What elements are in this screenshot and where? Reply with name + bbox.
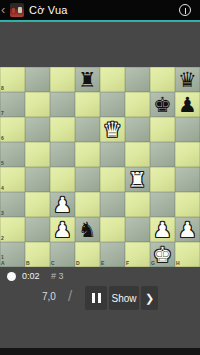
square-h1[interactable]: H (175, 242, 200, 267)
square-g4[interactable] (150, 167, 175, 192)
white-pawn[interactable]: ♟ (175, 217, 200, 243)
square-a2[interactable]: 2 (0, 217, 25, 242)
rank-label-5: 5 (1, 161, 4, 166)
app-title: Cờ Vua (29, 4, 68, 16)
square-b5[interactable] (25, 142, 50, 167)
rank-label-2: 2 (1, 236, 4, 241)
square-b1[interactable]: B (25, 242, 50, 267)
square-d6[interactable] (75, 117, 100, 142)
black-rook[interactable]: ♜ (75, 67, 100, 93)
square-f5[interactable] (125, 142, 150, 167)
square-a8[interactable]: 8 (0, 67, 25, 92)
square-f4[interactable]: ♜ (125, 167, 150, 192)
square-d7[interactable] (75, 92, 100, 117)
accent-divider (0, 20, 200, 22)
square-a6[interactable]: 6 (0, 117, 25, 142)
square-d8[interactable]: ♜ (75, 67, 100, 92)
square-d2[interactable]: ♞ (75, 217, 100, 242)
show-solution-button[interactable]: Show (109, 286, 139, 310)
square-e1[interactable]: E (100, 242, 125, 267)
square-b6[interactable] (25, 117, 50, 142)
square-c7[interactable] (50, 92, 75, 117)
info-icon-bar (185, 8, 187, 14)
black-king[interactable]: ♚ (150, 92, 175, 118)
square-e4[interactable] (100, 167, 125, 192)
square-e3[interactable] (100, 192, 125, 217)
square-f2[interactable] (125, 217, 150, 242)
square-a3[interactable]: 3 (0, 192, 25, 217)
white-pawn[interactable]: ♟ (150, 217, 175, 243)
app-icon-detail (12, 8, 15, 13)
score-label: 7,0 (42, 291, 56, 302)
file-label-h: H (176, 261, 180, 266)
square-b3[interactable] (25, 192, 50, 217)
white-to-move-indicator (7, 272, 16, 281)
square-a4[interactable]: 4 (0, 167, 25, 192)
square-g8[interactable] (150, 67, 175, 92)
file-label-g: G (151, 261, 155, 266)
square-a5[interactable]: 5 (0, 142, 25, 167)
square-c2[interactable]: ♟ (50, 217, 75, 242)
square-g2[interactable]: ♟ (150, 217, 175, 242)
timer-label: 0:02 (22, 271, 40, 281)
back-chevron-icon[interactable]: ‹ (1, 0, 9, 20)
square-g3[interactable] (150, 192, 175, 217)
square-h5[interactable] (175, 142, 200, 167)
square-h2[interactable]: ♟ (175, 217, 200, 242)
rank-label-4: 4 (1, 186, 4, 191)
square-b8[interactable] (25, 67, 50, 92)
app-icon (10, 3, 24, 17)
square-g1[interactable]: G♚ (150, 242, 175, 267)
square-c4[interactable] (50, 167, 75, 192)
file-label-a: A (1, 261, 5, 266)
square-h3[interactable] (175, 192, 200, 217)
app-icon-detail (18, 7, 22, 13)
app-screen: ‹ Cờ Vua 8♜♛7♚♟6♛54♜3♟2♟♞♟♟1ABCDEFG♚H 0:… (0, 0, 200, 355)
white-rook[interactable]: ♜ (125, 167, 150, 193)
square-b2[interactable] (25, 217, 50, 242)
white-pawn[interactable]: ♟ (50, 217, 75, 243)
bottom-nav-strip (0, 348, 200, 355)
app-bar: ‹ Cờ Vua (0, 0, 200, 20)
square-e5[interactable] (100, 142, 125, 167)
slash-separator: / (68, 287, 72, 304)
rank-label-7: 7 (1, 111, 4, 116)
white-queen[interactable]: ♛ (100, 117, 125, 143)
square-h4[interactable] (175, 167, 200, 192)
square-h8[interactable]: ♛ (175, 67, 200, 92)
square-e7[interactable] (100, 92, 125, 117)
square-c5[interactable] (50, 142, 75, 167)
square-c3[interactable]: ♟ (50, 192, 75, 217)
square-f6[interactable] (125, 117, 150, 142)
file-label-b: B (26, 261, 30, 266)
next-puzzle-button[interactable]: ❯ (141, 286, 158, 310)
square-g5[interactable] (150, 142, 175, 167)
pause-icon (92, 293, 101, 303)
square-g7[interactable]: ♚ (150, 92, 175, 117)
square-b4[interactable] (25, 167, 50, 192)
square-c6[interactable] (50, 117, 75, 142)
black-pawn[interactable]: ♟ (175, 92, 200, 118)
square-a1[interactable]: 1A (0, 242, 25, 267)
square-f1[interactable]: F (125, 242, 150, 267)
square-f3[interactable] (125, 192, 150, 217)
square-g6[interactable] (150, 117, 175, 142)
chess-board: 8♜♛7♚♟6♛54♜3♟2♟♞♟♟1ABCDEFG♚H (0, 67, 200, 267)
mate-in-label: # 3 (51, 271, 64, 281)
square-c8[interactable] (50, 67, 75, 92)
square-f8[interactable] (125, 67, 150, 92)
black-queen[interactable]: ♛ (175, 67, 200, 93)
square-b7[interactable] (25, 92, 50, 117)
square-e2[interactable] (100, 217, 125, 242)
square-h7[interactable]: ♟ (175, 92, 200, 117)
pause-button[interactable] (85, 286, 107, 310)
file-label-e: E (101, 261, 104, 266)
square-e8[interactable] (100, 67, 125, 92)
black-knight[interactable]: ♞ (75, 217, 100, 243)
file-label-f: F (126, 261, 129, 266)
square-d5[interactable] (75, 142, 100, 167)
rank-label-8: 8 (1, 86, 4, 91)
file-label-c: C (51, 261, 55, 266)
square-h6[interactable] (175, 117, 200, 142)
square-d1[interactable]: D (75, 242, 100, 267)
rank-label-6: 6 (1, 136, 4, 141)
square-e6[interactable]: ♛ (100, 117, 125, 142)
rank-label-3: 3 (1, 211, 4, 216)
square-f7[interactable] (125, 92, 150, 117)
square-c1[interactable]: C (50, 242, 75, 267)
square-a7[interactable]: 7 (0, 92, 25, 117)
white-pawn[interactable]: ♟ (50, 192, 75, 218)
square-d4[interactable] (75, 167, 100, 192)
file-label-d: D (76, 261, 80, 266)
square-d3[interactable] (75, 192, 100, 217)
info-icon[interactable] (179, 4, 191, 16)
